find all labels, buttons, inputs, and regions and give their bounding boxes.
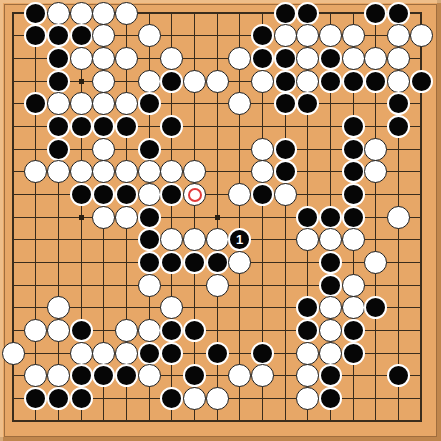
stone-black-13-4[interactable] bbox=[296, 92, 319, 115]
stone-white-16-2[interactable] bbox=[364, 47, 387, 70]
stone-black-3-5[interactable] bbox=[70, 115, 93, 138]
stone-white-2-16[interactable] bbox=[47, 364, 70, 387]
stone-white-6-16[interactable] bbox=[138, 364, 161, 387]
stone-white-5-7[interactable] bbox=[115, 160, 138, 183]
stone-black-11-8[interactable] bbox=[251, 183, 274, 206]
stone-white-2-7[interactable] bbox=[47, 160, 70, 183]
stone-white-8-7[interactable] bbox=[183, 160, 206, 183]
stone-white-11-7[interactable] bbox=[251, 160, 274, 183]
stone-white-13-1[interactable] bbox=[296, 24, 319, 47]
stone-black-14-16[interactable] bbox=[319, 364, 342, 387]
stone-black-11-1[interactable] bbox=[251, 24, 274, 47]
stone-black-7-14[interactable] bbox=[160, 319, 183, 342]
stone-white-12-1[interactable] bbox=[274, 24, 297, 47]
stone-black-7-11[interactable] bbox=[160, 251, 183, 274]
stone-white-16-7[interactable] bbox=[364, 160, 387, 183]
stone-black-15-8[interactable] bbox=[342, 183, 365, 206]
stone-black-12-3[interactable] bbox=[274, 70, 297, 93]
stone-black-8-14[interactable] bbox=[183, 319, 206, 342]
stone-white-14-13[interactable] bbox=[319, 296, 342, 319]
stone-black-16-0[interactable] bbox=[364, 2, 387, 25]
stone-black-12-0[interactable] bbox=[274, 2, 297, 25]
stone-black-7-15[interactable] bbox=[160, 342, 183, 365]
stone-black-15-14[interactable] bbox=[342, 319, 365, 342]
stone-white-9-17[interactable] bbox=[206, 387, 229, 410]
stone-black-14-3[interactable] bbox=[319, 70, 342, 93]
stone-black-6-9[interactable] bbox=[138, 206, 161, 229]
stone-white-4-2[interactable] bbox=[92, 47, 115, 70]
stone-white-10-4[interactable] bbox=[228, 92, 251, 115]
stone-white-14-15[interactable] bbox=[319, 342, 342, 365]
stone-white-5-14[interactable] bbox=[115, 319, 138, 342]
stone-white-2-13[interactable] bbox=[47, 296, 70, 319]
stone-black-4-16[interactable] bbox=[92, 364, 115, 387]
stone-black-4-5[interactable] bbox=[92, 115, 115, 138]
circle-marker-icon bbox=[188, 188, 202, 202]
stone-white-17-1[interactable] bbox=[387, 24, 410, 47]
stone-black-2-5[interactable] bbox=[47, 115, 70, 138]
stone-black-3-8[interactable] bbox=[70, 183, 93, 206]
stone-white-7-2[interactable] bbox=[160, 47, 183, 70]
stone-white-4-0[interactable] bbox=[92, 2, 115, 25]
stone-white-8-8[interactable] bbox=[183, 183, 206, 206]
stone-black-6-10[interactable] bbox=[138, 228, 161, 251]
stone-black-12-4[interactable] bbox=[274, 92, 297, 115]
stone-black-9-11[interactable] bbox=[206, 251, 229, 274]
stone-white-5-0[interactable] bbox=[115, 2, 138, 25]
stone-black-8-11[interactable] bbox=[183, 251, 206, 274]
stone-white-4-1[interactable] bbox=[92, 24, 115, 47]
stone-white-3-2[interactable] bbox=[70, 47, 93, 70]
stone-white-6-7[interactable] bbox=[138, 160, 161, 183]
stone-black-7-8[interactable] bbox=[160, 183, 183, 206]
grid-line-vertical bbox=[239, 12, 240, 422]
stone-black-17-0[interactable] bbox=[387, 2, 410, 25]
stone-white-4-3[interactable] bbox=[92, 70, 115, 93]
stone-black-13-14[interactable] bbox=[296, 319, 319, 342]
stone-black-17-5[interactable] bbox=[387, 115, 410, 138]
stone-white-7-7[interactable] bbox=[160, 160, 183, 183]
stone-black-14-11[interactable] bbox=[319, 251, 342, 274]
stone-black-17-4[interactable] bbox=[387, 92, 410, 115]
stone-white-13-17[interactable] bbox=[296, 387, 319, 410]
stone-white-6-8[interactable] bbox=[138, 183, 161, 206]
stone-white-3-7[interactable] bbox=[70, 160, 93, 183]
stone-black-15-9[interactable] bbox=[342, 206, 365, 229]
stone-white-17-9[interactable] bbox=[387, 206, 410, 229]
stone-white-9-10[interactable] bbox=[206, 228, 229, 251]
stone-black-14-2[interactable] bbox=[319, 47, 342, 70]
stone-white-5-4[interactable] bbox=[115, 92, 138, 115]
stone-black-16-3[interactable] bbox=[364, 70, 387, 93]
stone-black-2-3[interactable] bbox=[47, 70, 70, 93]
stone-black-3-1[interactable] bbox=[70, 24, 93, 47]
stone-white-5-15[interactable] bbox=[115, 342, 138, 365]
go-board[interactable]: 1 bbox=[0, 0, 441, 441]
stone-white-16-6[interactable] bbox=[364, 138, 387, 161]
stone-white-6-12[interactable] bbox=[138, 274, 161, 297]
stone-black-7-3[interactable] bbox=[160, 70, 183, 93]
stone-black-1-0[interactable] bbox=[24, 2, 47, 25]
stone-black-5-5[interactable] bbox=[115, 115, 138, 138]
stone-white-5-2[interactable] bbox=[115, 47, 138, 70]
stone-black-9-15[interactable] bbox=[206, 342, 229, 365]
stone-white-10-11[interactable] bbox=[228, 251, 251, 274]
stone-black-12-6[interactable] bbox=[274, 138, 297, 161]
stone-white-13-15[interactable] bbox=[296, 342, 319, 365]
stone-black-6-15[interactable] bbox=[138, 342, 161, 365]
stone-black-1-1[interactable] bbox=[24, 24, 47, 47]
stone-black-5-8[interactable] bbox=[115, 183, 138, 206]
stone-black-1-4[interactable] bbox=[24, 92, 47, 115]
stone-black-6-11[interactable] bbox=[138, 251, 161, 274]
stone-black-12-7[interactable] bbox=[274, 160, 297, 183]
stone-white-4-4[interactable] bbox=[92, 92, 115, 115]
stone-white-18-1[interactable] bbox=[410, 24, 433, 47]
stone-black-16-13[interactable] bbox=[364, 296, 387, 319]
stone-white-11-3[interactable] bbox=[251, 70, 274, 93]
stone-white-13-2[interactable] bbox=[296, 47, 319, 70]
stone-white-3-15[interactable] bbox=[70, 342, 93, 365]
stone-black-15-6[interactable] bbox=[342, 138, 365, 161]
stone-white-1-16[interactable] bbox=[24, 364, 47, 387]
grid-line-horizontal bbox=[12, 420, 422, 422]
stone-black-5-16[interactable] bbox=[115, 364, 138, 387]
stone-white-0-15[interactable] bbox=[2, 342, 25, 365]
hoshi-point bbox=[215, 215, 220, 220]
stone-black-6-6[interactable] bbox=[138, 138, 161, 161]
hoshi-point bbox=[79, 215, 84, 220]
stone-white-15-1[interactable] bbox=[342, 24, 365, 47]
stone-black-11-15[interactable] bbox=[251, 342, 274, 365]
stone-white-2-0[interactable] bbox=[47, 2, 70, 25]
stone-white-4-15[interactable] bbox=[92, 342, 115, 365]
stone-white-10-16[interactable] bbox=[228, 364, 251, 387]
stone-white-8-3[interactable] bbox=[183, 70, 206, 93]
stone-white-1-14[interactable] bbox=[24, 319, 47, 342]
stone-white-17-2[interactable] bbox=[387, 47, 410, 70]
stone-black-3-17[interactable] bbox=[70, 387, 93, 410]
stone-black-10-10[interactable]: 1 bbox=[228, 228, 251, 251]
stone-white-3-0[interactable] bbox=[70, 2, 93, 25]
stone-white-16-11[interactable] bbox=[364, 251, 387, 274]
stone-black-15-15[interactable] bbox=[342, 342, 365, 365]
stone-white-9-12[interactable] bbox=[206, 274, 229, 297]
stone-white-11-16[interactable] bbox=[251, 364, 274, 387]
stone-black-14-17[interactable] bbox=[319, 387, 342, 410]
stone-white-6-14[interactable] bbox=[138, 319, 161, 342]
stone-black-14-9[interactable] bbox=[319, 206, 342, 229]
stone-white-15-2[interactable] bbox=[342, 47, 365, 70]
stone-white-14-14[interactable] bbox=[319, 319, 342, 342]
stone-black-15-5[interactable] bbox=[342, 115, 365, 138]
move-number-label: 1 bbox=[230, 230, 249, 249]
stone-white-9-3[interactable] bbox=[206, 70, 229, 93]
stone-white-11-6[interactable] bbox=[251, 138, 274, 161]
stone-white-10-2[interactable] bbox=[228, 47, 251, 70]
stone-black-3-14[interactable] bbox=[70, 319, 93, 342]
stone-black-6-4[interactable] bbox=[138, 92, 161, 115]
stone-black-13-9[interactable] bbox=[296, 206, 319, 229]
stone-white-14-1[interactable] bbox=[319, 24, 342, 47]
stone-black-17-16[interactable] bbox=[387, 364, 410, 387]
stone-white-15-13[interactable] bbox=[342, 296, 365, 319]
stone-black-1-17[interactable] bbox=[24, 387, 47, 410]
stone-white-15-10[interactable] bbox=[342, 228, 365, 251]
stone-white-1-7[interactable] bbox=[24, 160, 47, 183]
stone-black-14-12[interactable] bbox=[319, 274, 342, 297]
stone-black-7-5[interactable] bbox=[160, 115, 183, 138]
stone-black-11-2[interactable] bbox=[251, 47, 274, 70]
stone-black-2-1[interactable] bbox=[47, 24, 70, 47]
stone-white-13-10[interactable] bbox=[296, 228, 319, 251]
stone-white-14-10[interactable] bbox=[319, 228, 342, 251]
stone-black-2-6[interactable] bbox=[47, 138, 70, 161]
stone-black-2-17[interactable] bbox=[47, 387, 70, 410]
stone-black-2-2[interactable] bbox=[47, 47, 70, 70]
stone-white-2-4[interactable] bbox=[47, 92, 70, 115]
stone-black-3-16[interactable] bbox=[70, 364, 93, 387]
stone-black-13-0[interactable] bbox=[296, 2, 319, 25]
stone-black-18-3[interactable] bbox=[410, 70, 433, 93]
stone-white-4-9[interactable] bbox=[92, 206, 115, 229]
stone-black-8-16[interactable] bbox=[183, 364, 206, 387]
hoshi-point bbox=[79, 79, 84, 84]
stone-white-6-3[interactable] bbox=[138, 70, 161, 93]
stone-white-8-10[interactable] bbox=[183, 228, 206, 251]
stone-white-17-3[interactable] bbox=[387, 70, 410, 93]
stone-white-6-1[interactable] bbox=[138, 24, 161, 47]
stone-white-3-4[interactable] bbox=[70, 92, 93, 115]
stone-white-15-12[interactable] bbox=[342, 274, 365, 297]
stone-white-13-3[interactable] bbox=[296, 70, 319, 93]
stone-white-8-17[interactable] bbox=[183, 387, 206, 410]
stone-black-13-13[interactable] bbox=[296, 296, 319, 319]
stone-white-2-14[interactable] bbox=[47, 319, 70, 342]
stone-black-12-2[interactable] bbox=[274, 47, 297, 70]
stone-white-4-6[interactable] bbox=[92, 138, 115, 161]
stone-white-10-8[interactable] bbox=[228, 183, 251, 206]
stone-white-7-13[interactable] bbox=[160, 296, 183, 319]
stone-white-12-8[interactable] bbox=[274, 183, 297, 206]
stone-white-7-10[interactable] bbox=[160, 228, 183, 251]
stone-white-5-9[interactable] bbox=[115, 206, 138, 229]
stone-white-13-16[interactable] bbox=[296, 364, 319, 387]
stone-black-4-8[interactable] bbox=[92, 183, 115, 206]
stone-black-15-3[interactable] bbox=[342, 70, 365, 93]
stone-white-4-7[interactable] bbox=[92, 160, 115, 183]
stone-black-15-7[interactable] bbox=[342, 160, 365, 183]
stone-black-7-17[interactable] bbox=[160, 387, 183, 410]
